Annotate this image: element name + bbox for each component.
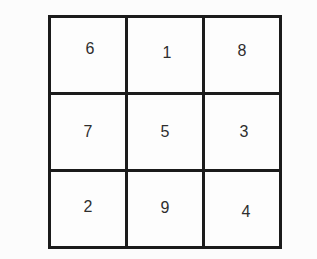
magic-square-grid: 6 1 8 7 5 3 2 9 4 — [48, 15, 282, 249]
cell-value: 8 — [238, 42, 247, 60]
cell-value: 2 — [84, 198, 93, 216]
cell-value: 5 — [161, 123, 170, 141]
cell-r1-c1: 6 — [51, 18, 125, 92]
cell-value: 1 — [163, 44, 172, 62]
cell-r3-c1: 2 — [51, 172, 125, 246]
cell-value: 6 — [86, 40, 95, 58]
cell-r1-c2: 1 — [128, 18, 202, 92]
cell-value: 3 — [240, 123, 249, 141]
cell-value: 4 — [242, 203, 251, 221]
cell-r2-c1: 7 — [51, 95, 125, 169]
cell-r2-c2: 5 — [128, 95, 202, 169]
cell-r3-c3: 4 — [205, 172, 279, 246]
cell-r2-c3: 3 — [205, 95, 279, 169]
cell-value: 7 — [84, 123, 93, 141]
cell-r3-c2: 9 — [128, 172, 202, 246]
cell-r1-c3: 8 — [205, 18, 279, 92]
puzzle-canvas: 6 1 8 7 5 3 2 9 4 — [0, 0, 317, 259]
cell-value: 9 — [161, 199, 170, 217]
